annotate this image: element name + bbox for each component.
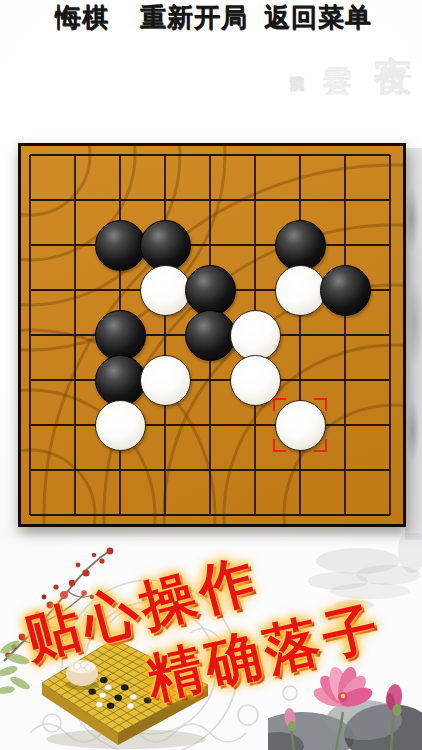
intersection-c2[interactable] [98, 178, 143, 223]
intersection-a3[interactable] [21, 223, 53, 268]
promo-banner: 贴心操作 精确落子 [0, 533, 422, 750]
intersection-c5[interactable] [98, 313, 143, 358]
intersection-i6[interactable] [368, 358, 404, 403]
intersection-g3[interactable] [278, 223, 323, 268]
intersection-d8[interactable] [143, 448, 188, 493]
intersection-b3[interactable] [53, 223, 98, 268]
intersection-f6[interactable] [233, 358, 278, 403]
intersection-f4[interactable] [233, 268, 278, 313]
intersection-e8[interactable] [188, 448, 233, 493]
intersection-a9[interactable] [21, 493, 53, 525]
intersection-d1[interactable] [143, 146, 188, 178]
white-stone [230, 310, 281, 361]
go-app-screen: { "game": "go", "menu": { "items": [ {"i… [0, 0, 422, 750]
intersection-b4[interactable] [53, 268, 98, 313]
intersection-e6[interactable] [188, 358, 233, 403]
intersection-b1[interactable] [53, 146, 98, 178]
intersection-h9[interactable] [323, 493, 368, 525]
intersection-a6[interactable] [21, 358, 53, 403]
intersection-h7[interactable] [323, 403, 368, 448]
intersection-h2[interactable] [323, 178, 368, 223]
intersection-f8[interactable] [233, 448, 278, 493]
intersection-d4[interactable] [143, 268, 188, 313]
black-stone [95, 220, 146, 271]
intersection-f9[interactable] [233, 493, 278, 525]
intersection-e1[interactable] [188, 146, 233, 178]
intersection-b5[interactable] [53, 313, 98, 358]
intersection-g5[interactable] [278, 313, 323, 358]
intersection-d9[interactable] [143, 493, 188, 525]
intersection-e5[interactable] [188, 313, 233, 358]
watermark-column: 春雲 [316, 42, 357, 64]
intersection-a8[interactable] [21, 448, 53, 493]
intersection-b9[interactable] [53, 493, 98, 525]
intersection-a5[interactable] [21, 313, 53, 358]
intersection-i7[interactable] [368, 403, 404, 448]
intersection-i9[interactable] [368, 493, 404, 525]
intersection-i2[interactable] [368, 178, 404, 223]
intersection-a4[interactable] [21, 268, 53, 313]
back-to-menu-button[interactable]: 返回菜单 [264, 0, 372, 35]
last-move-marker [273, 398, 327, 452]
intersection-c1[interactable] [98, 146, 143, 178]
white-stone [275, 265, 326, 316]
intersection-h4[interactable] [323, 268, 368, 313]
intersection-f5[interactable] [233, 313, 278, 358]
intersection-d2[interactable] [143, 178, 188, 223]
intersection-e3[interactable] [188, 223, 233, 268]
intersection-h5[interactable] [323, 313, 368, 358]
intersection-g2[interactable] [278, 178, 323, 223]
black-stone [95, 310, 146, 361]
go-board [18, 143, 406, 527]
intersection-f3[interactable] [233, 223, 278, 268]
intersection-f2[interactable] [233, 178, 278, 223]
intersection-g4[interactable] [278, 268, 323, 313]
black-stone [185, 265, 236, 316]
restart-game-button[interactable]: 重新开局 [140, 0, 248, 35]
intersection-i1[interactable] [368, 146, 404, 178]
intersection-f7[interactable] [233, 403, 278, 448]
intersection-e4[interactable] [188, 268, 233, 313]
intersection-a1[interactable] [21, 146, 53, 178]
intersection-d6[interactable] [143, 358, 188, 403]
intersection-c9[interactable] [98, 493, 143, 525]
white-stone [140, 355, 191, 406]
ink-texture-strip [405, 148, 422, 540]
intersection-a7[interactable] [21, 403, 53, 448]
intersection-c6[interactable] [98, 358, 143, 403]
white-stone [140, 265, 191, 316]
intersection-c4[interactable] [98, 268, 143, 313]
intersection-i8[interactable] [368, 448, 404, 493]
intersection-h6[interactable] [323, 358, 368, 403]
intersection-e7[interactable] [188, 403, 233, 448]
intersection-g6[interactable] [278, 358, 323, 403]
black-stone [95, 355, 146, 406]
intersection-i5[interactable] [368, 313, 404, 358]
intersection-h3[interactable] [323, 223, 368, 268]
intersection-b7[interactable] [53, 403, 98, 448]
black-stone [185, 310, 236, 361]
intersection-c7[interactable] [98, 403, 143, 448]
intersection-i4[interactable] [368, 268, 404, 313]
black-stone [275, 220, 326, 271]
intersection-b8[interactable] [53, 448, 98, 493]
board-surface [21, 146, 403, 524]
intersection-f1[interactable] [233, 146, 278, 178]
black-stone [320, 265, 371, 316]
intersection-d7[interactable] [143, 403, 188, 448]
intersection-b2[interactable] [53, 178, 98, 223]
board-intersections [21, 146, 403, 524]
intersection-i3[interactable] [368, 223, 404, 268]
intersection-d5[interactable] [143, 313, 188, 358]
intersection-g1[interactable] [278, 146, 323, 178]
intersection-a2[interactable] [21, 178, 53, 223]
intersection-g7[interactable] [278, 403, 323, 448]
intersection-c3[interactable] [98, 223, 143, 268]
intersection-d3[interactable] [143, 223, 188, 268]
intersection-g9[interactable] [278, 493, 323, 525]
intersection-c8[interactable] [98, 448, 143, 493]
menu-bar: 悔棋 重新开局 返回菜单 [0, 0, 422, 42]
intersection-e2[interactable] [188, 178, 233, 223]
intersection-h8[interactable] [323, 448, 368, 493]
black-stone [140, 220, 191, 271]
intersection-e9[interactable] [188, 493, 233, 525]
undo-move-button[interactable]: 悔棋 [55, 0, 109, 35]
white-stone [95, 400, 146, 451]
intersection-h1[interactable] [323, 146, 368, 178]
intersection-b6[interactable] [53, 358, 98, 403]
intersection-g8[interactable] [278, 448, 323, 493]
